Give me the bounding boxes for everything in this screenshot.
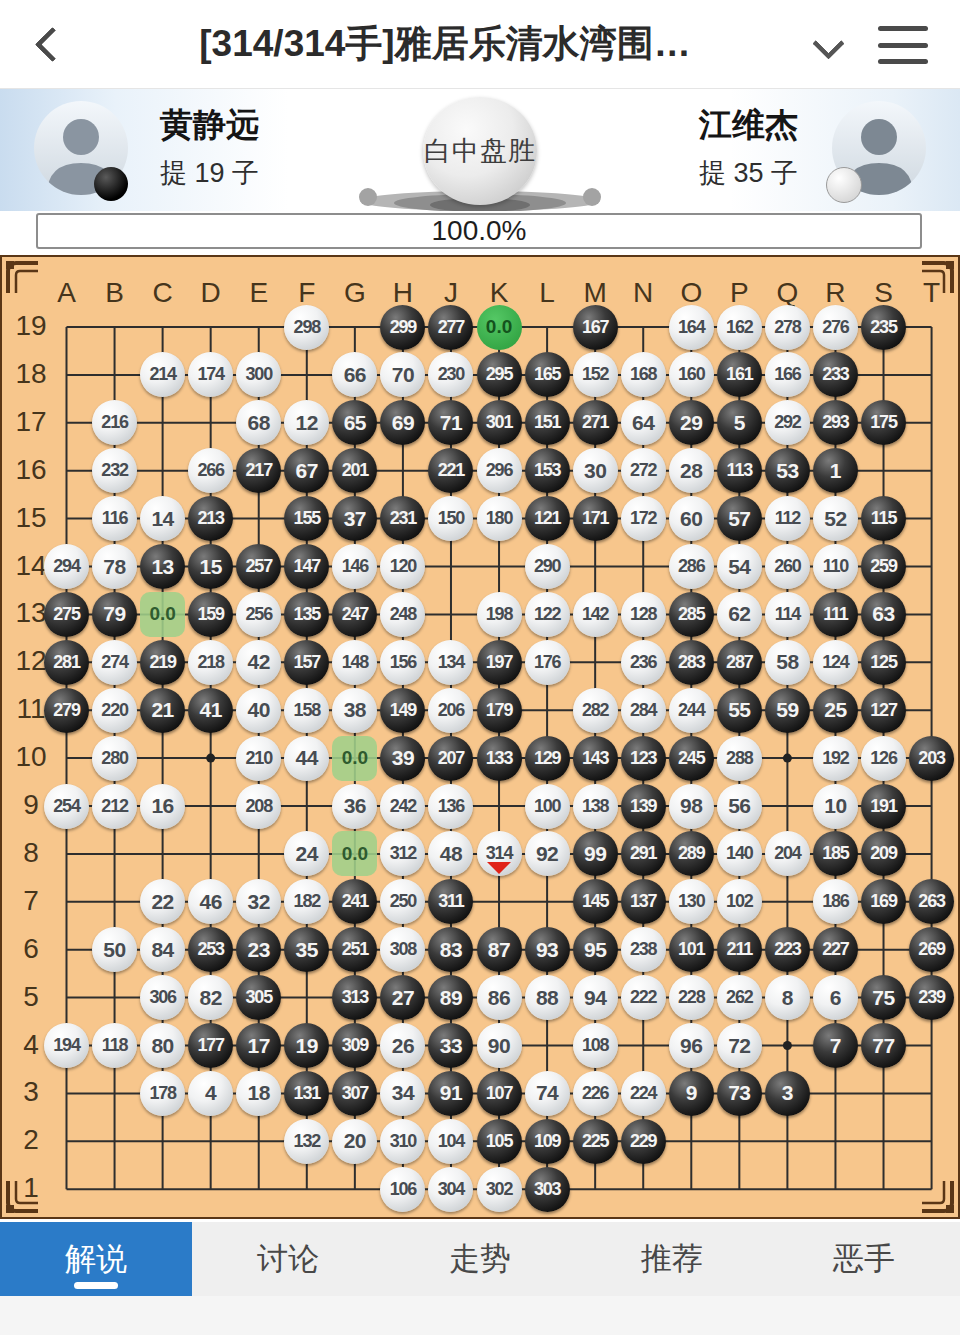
content-area [0, 1296, 960, 1335]
stone-S9: 191 [861, 784, 906, 829]
menu-button[interactable] [878, 26, 928, 64]
stone-E10: 210 [236, 736, 281, 781]
progress-value: 100.0% [432, 215, 527, 247]
stone-L3: 74 [525, 1071, 570, 1116]
stone-D11: 41 [188, 688, 233, 733]
stone-P11: 55 [717, 688, 762, 733]
tab-trend[interactable]: 走势 [384, 1222, 576, 1296]
stone-B16: 232 [92, 448, 137, 493]
stone-F14: 147 [284, 544, 329, 589]
row-label-19: 19 [8, 310, 54, 342]
stone-K11: 179 [477, 688, 522, 733]
stone-K2: 105 [477, 1119, 522, 1164]
stone-O9: 98 [669, 784, 714, 829]
stone-Q5: 8 [765, 975, 810, 1020]
row-label-8: 8 [8, 837, 54, 869]
stone-C6: 84 [140, 927, 185, 972]
stone-G2: 20 [332, 1119, 377, 1164]
stone-P19: 162 [717, 305, 762, 350]
stone-Q14: 260 [765, 544, 810, 589]
stone-S14: 259 [861, 544, 906, 589]
stone-S4: 77 [861, 1023, 906, 1068]
stone-P7: 102 [717, 879, 762, 924]
black-stone-badge [94, 167, 128, 201]
stone-H10: 39 [380, 736, 425, 781]
stone-O4: 96 [669, 1023, 714, 1068]
stone-P4: 72 [717, 1023, 762, 1068]
stone-Q19: 278 [765, 305, 810, 350]
app-root: [314/314手]雅居乐清水湾围… 黄静远 提 19 子 白中盘胜 江维杰 提… [0, 0, 960, 1335]
stone-F19: 298 [284, 305, 329, 350]
col-label-G: G [333, 277, 377, 309]
stone-P14: 54 [717, 544, 762, 589]
stone-Q17: 292 [765, 400, 810, 445]
board-corner-ornament [4, 259, 38, 293]
stone-L15: 121 [525, 496, 570, 541]
green-marker-K19: 0.0 [477, 305, 522, 350]
stone-N2: 229 [621, 1119, 666, 1164]
stone-S13: 63 [861, 592, 906, 637]
stone-G13: 247 [332, 592, 377, 637]
stone-C5: 306 [140, 975, 185, 1020]
result-badge: 白中盘胜 [423, 97, 537, 205]
stone-O19: 164 [669, 305, 714, 350]
stone-O6: 101 [669, 927, 714, 972]
tab-commentary[interactable]: 解说 [0, 1222, 192, 1296]
white-player-name: 江维杰 [699, 103, 798, 148]
stone-N12: 236 [621, 640, 666, 685]
stone-S10: 126 [861, 736, 906, 781]
tab-discussion[interactable]: 讨论 [192, 1222, 384, 1296]
stone-Q8: 204 [765, 831, 810, 876]
row-label-5: 5 [8, 981, 54, 1013]
stone-B14: 78 [92, 544, 137, 589]
stone-B11: 220 [92, 688, 137, 733]
stone-N5: 222 [621, 975, 666, 1020]
stone-M10: 143 [573, 736, 618, 781]
row-label-18: 18 [8, 358, 54, 390]
stone-B10: 280 [92, 736, 137, 781]
stone-K6: 87 [477, 927, 522, 972]
stone-R19: 276 [813, 305, 858, 350]
row-label-6: 6 [8, 933, 54, 965]
stone-M17: 271 [573, 400, 618, 445]
stone-H9: 242 [380, 784, 425, 829]
stone-J1: 304 [428, 1167, 473, 1212]
stone-N15: 172 [621, 496, 666, 541]
stone-P16: 113 [717, 448, 762, 493]
stone-J12: 134 [428, 640, 473, 685]
back-button[interactable] [26, 22, 70, 66]
board-grid [2, 257, 958, 1217]
chevron-down-icon [812, 27, 845, 60]
stone-D3: 4 [188, 1071, 233, 1116]
green-marker-C13: 0.0 [140, 592, 185, 637]
row-label-3: 3 [8, 1076, 54, 1108]
stone-O14: 286 [669, 544, 714, 589]
top-bar: [314/314手]雅居乐清水湾围… [0, 0, 960, 89]
stone-P18: 161 [717, 352, 762, 397]
stone-H19: 299 [380, 305, 425, 350]
stone-O15: 60 [669, 496, 714, 541]
stone-S5: 75 [861, 975, 906, 1020]
page-title: [314/314手]雅居乐清水湾围… [90, 0, 800, 88]
stone-G11: 38 [332, 688, 377, 733]
stone-L9: 100 [525, 784, 570, 829]
stone-K3: 107 [477, 1071, 522, 1116]
stone-D4: 177 [188, 1023, 233, 1068]
stone-A14: 294 [44, 544, 89, 589]
black-player-captures: 提 19 子 [160, 155, 259, 191]
stone-M7: 145 [573, 879, 618, 924]
stone-M16: 30 [573, 448, 618, 493]
stone-E3: 18 [236, 1071, 281, 1116]
stone-M2: 225 [573, 1119, 618, 1164]
stone-D5: 82 [188, 975, 233, 1020]
stone-N7: 137 [621, 879, 666, 924]
stone-L16: 153 [525, 448, 570, 493]
stone-O3: 9 [669, 1071, 714, 1116]
stone-N18: 168 [621, 352, 666, 397]
stone-N3: 224 [621, 1071, 666, 1116]
stone-L2: 109 [525, 1119, 570, 1164]
stone-R6: 227 [813, 927, 858, 972]
active-tab-underline [74, 1282, 118, 1289]
stone-Q6: 223 [765, 927, 810, 972]
stone-R16: 1 [813, 448, 858, 493]
white-player-captures: 提 35 子 [699, 155, 798, 191]
stone-O16: 28 [669, 448, 714, 493]
stone-E13: 256 [236, 592, 281, 637]
board-corner-ornament [922, 1181, 956, 1215]
stone-Q15: 112 [765, 496, 810, 541]
stone-J19: 277 [428, 305, 473, 350]
stone-G12: 148 [332, 640, 377, 685]
col-label-L: L [525, 277, 569, 309]
stone-K5: 86 [477, 975, 522, 1020]
stone-J10: 207 [428, 736, 473, 781]
stone-H2: 310 [380, 1119, 425, 1164]
stone-L17: 151 [525, 400, 570, 445]
stone-B6: 50 [92, 927, 137, 972]
stone-G3: 307 [332, 1071, 377, 1116]
stone-H1: 106 [380, 1167, 425, 1212]
col-label-B: B [93, 277, 137, 309]
stone-L14: 290 [525, 544, 570, 589]
stone-R9: 10 [813, 784, 858, 829]
stone-N10: 123 [621, 736, 666, 781]
stone-B12: 274 [92, 640, 137, 685]
col-label-N: N [621, 277, 665, 309]
stone-R15: 52 [813, 496, 858, 541]
row-label-10: 10 [8, 741, 54, 773]
stone-N13: 128 [621, 592, 666, 637]
stone-B13: 79 [92, 592, 137, 637]
stone-K16: 296 [477, 448, 522, 493]
stone-E12: 42 [236, 640, 281, 685]
stone-Q11: 59 [765, 688, 810, 733]
go-board[interactable]: ABCDEFGHJKLMNOPQRST191817161514131211109… [0, 255, 960, 1219]
stone-K15: 180 [477, 496, 522, 541]
stone-J9: 136 [428, 784, 473, 829]
stone-Q18: 166 [765, 352, 810, 397]
stone-N6: 238 [621, 927, 666, 972]
stone-D12: 218 [188, 640, 233, 685]
row-label-17: 17 [8, 406, 54, 438]
stone-H3: 34 [380, 1071, 425, 1116]
stone-H13: 248 [380, 592, 425, 637]
stone-A12: 281 [44, 640, 89, 685]
row-label-16: 16 [8, 454, 54, 486]
tab-recommend[interactable]: 推荐 [576, 1222, 768, 1296]
stone-P9: 56 [717, 784, 762, 829]
stone-T10: 203 [909, 736, 954, 781]
stone-L12: 176 [525, 640, 570, 685]
stone-C3: 178 [140, 1071, 185, 1116]
col-label-D: D [189, 277, 233, 309]
progress-bar[interactable]: 100.0% [36, 213, 922, 249]
stone-O8: 289 [669, 831, 714, 876]
player-panel: 黄静远 提 19 子 白中盘胜 江维杰 提 35 子 [0, 89, 960, 211]
row-label-2: 2 [8, 1124, 54, 1156]
stone-S19: 235 [861, 305, 906, 350]
stone-C15: 14 [140, 496, 185, 541]
stone-E14: 257 [236, 544, 281, 589]
stone-Q13: 114 [765, 592, 810, 637]
board-corner-ornament [4, 1181, 38, 1215]
stone-H12: 156 [380, 640, 425, 685]
stone-M18: 152 [573, 352, 618, 397]
stone-M8: 99 [573, 831, 618, 876]
stone-M5: 94 [573, 975, 618, 1020]
stone-P5: 262 [717, 975, 762, 1020]
white-stone-badge [826, 167, 862, 203]
row-label-15: 15 [8, 502, 54, 534]
last-move-triangle-marker [487, 862, 511, 874]
row-label-7: 7 [8, 885, 54, 917]
stone-O13: 285 [669, 592, 714, 637]
stone-M9: 138 [573, 784, 618, 829]
stone-Q12: 58 [765, 640, 810, 685]
stone-R5: 6 [813, 975, 858, 1020]
stone-E11: 40 [236, 688, 281, 733]
stone-R12: 124 [813, 640, 858, 685]
stone-P8: 140 [717, 831, 762, 876]
stone-K18: 295 [477, 352, 522, 397]
stone-K12: 197 [477, 640, 522, 685]
stone-J2: 104 [428, 1119, 473, 1164]
stone-F10: 44 [284, 736, 329, 781]
chevron-left-icon [34, 26, 69, 61]
col-label-A: A [45, 277, 89, 309]
stone-F12: 157 [284, 640, 329, 685]
stone-L13: 122 [525, 592, 570, 637]
stone-G9: 36 [332, 784, 377, 829]
stone-P6: 211 [717, 927, 762, 972]
stone-K1: 302 [477, 1167, 522, 1212]
stone-F13: 135 [284, 592, 329, 637]
stone-Q16: 53 [765, 448, 810, 493]
stone-M3: 226 [573, 1071, 618, 1116]
stone-L5: 88 [525, 975, 570, 1020]
stone-O7: 130 [669, 879, 714, 924]
stone-P15: 57 [717, 496, 762, 541]
stone-D15: 213 [188, 496, 233, 541]
stone-F4: 19 [284, 1023, 329, 1068]
stone-R4: 7 [813, 1023, 858, 1068]
stone-K10: 133 [477, 736, 522, 781]
stone-B15: 116 [92, 496, 137, 541]
stone-O18: 160 [669, 352, 714, 397]
stone-L18: 165 [525, 352, 570, 397]
stone-P13: 62 [717, 592, 762, 637]
stone-C4: 80 [140, 1023, 185, 1068]
stone-A11: 279 [44, 688, 89, 733]
board-corner-ornament [922, 259, 956, 293]
tab-bar: 解说 讨论 走势 推荐 恶手 [0, 1222, 960, 1296]
stone-M15: 171 [573, 496, 618, 541]
stone-C9: 16 [140, 784, 185, 829]
stone-O10: 245 [669, 736, 714, 781]
stone-O17: 29 [669, 400, 714, 445]
stone-H11: 149 [380, 688, 425, 733]
stone-N11: 284 [621, 688, 666, 733]
result-medal: 白中盘胜 [330, 89, 630, 211]
green-marker-G10: 0.0 [332, 736, 377, 781]
stone-O5: 228 [669, 975, 714, 1020]
black-player-name: 黄静远 [160, 103, 259, 148]
stone-P3: 73 [717, 1071, 762, 1116]
stone-N17: 64 [621, 400, 666, 445]
stone-K17: 301 [477, 400, 522, 445]
stone-C12: 219 [140, 640, 185, 685]
stone-P17: 5 [717, 400, 762, 445]
stone-R10: 192 [813, 736, 858, 781]
stone-L6: 93 [525, 927, 570, 972]
col-label-E: E [237, 277, 281, 309]
title-dropdown-button[interactable] [808, 30, 848, 64]
stone-R13: 111 [813, 592, 858, 637]
stone-R14: 110 [813, 544, 858, 589]
col-label-C: C [141, 277, 185, 309]
tab-bad-moves[interactable]: 恶手 [768, 1222, 960, 1296]
stone-B4: 118 [92, 1023, 137, 1068]
stone-S11: 127 [861, 688, 906, 733]
stone-L10: 129 [525, 736, 570, 781]
stone-E4: 17 [236, 1023, 281, 1068]
stone-P10: 288 [717, 736, 762, 781]
stone-T5: 239 [909, 975, 954, 1020]
stone-E9: 208 [236, 784, 281, 829]
stone-S7: 169 [861, 879, 906, 924]
stone-S17: 175 [861, 400, 906, 445]
stone-M19: 167 [573, 305, 618, 350]
stone-S15: 115 [861, 496, 906, 541]
stone-D14: 15 [188, 544, 233, 589]
stone-F3: 131 [284, 1071, 329, 1116]
stone-R7: 186 [813, 879, 858, 924]
stone-K13: 198 [477, 592, 522, 637]
stone-M11: 282 [573, 688, 618, 733]
stone-B9: 212 [92, 784, 137, 829]
stone-P12: 287 [717, 640, 762, 685]
stone-C11: 21 [140, 688, 185, 733]
stone-F11: 158 [284, 688, 329, 733]
stone-N8: 291 [621, 831, 666, 876]
stone-T6: 269 [909, 927, 954, 972]
stone-A13: 275 [44, 592, 89, 637]
stone-S12: 125 [861, 640, 906, 685]
stone-R17: 293 [813, 400, 858, 445]
stone-D13: 159 [188, 592, 233, 637]
stone-O11: 244 [669, 688, 714, 733]
stone-R11: 25 [813, 688, 858, 733]
stone-L8: 92 [525, 831, 570, 876]
stone-Q3: 3 [765, 1071, 810, 1116]
stone-N9: 139 [621, 784, 666, 829]
stone-C14: 13 [140, 544, 185, 589]
stone-M4: 108 [573, 1023, 618, 1068]
stone-K4: 90 [477, 1023, 522, 1068]
stone-F2: 132 [284, 1119, 329, 1164]
stone-M13: 142 [573, 592, 618, 637]
stone-M6: 95 [573, 927, 618, 972]
stone-A4: 194 [44, 1023, 89, 1068]
stone-O12: 283 [669, 640, 714, 685]
stone-A9: 254 [44, 784, 89, 829]
stone-L1: 303 [525, 1167, 570, 1212]
stone-N16: 272 [621, 448, 666, 493]
green-marker-G8: 0.0 [332, 831, 377, 876]
stone-J11: 206 [428, 688, 473, 733]
